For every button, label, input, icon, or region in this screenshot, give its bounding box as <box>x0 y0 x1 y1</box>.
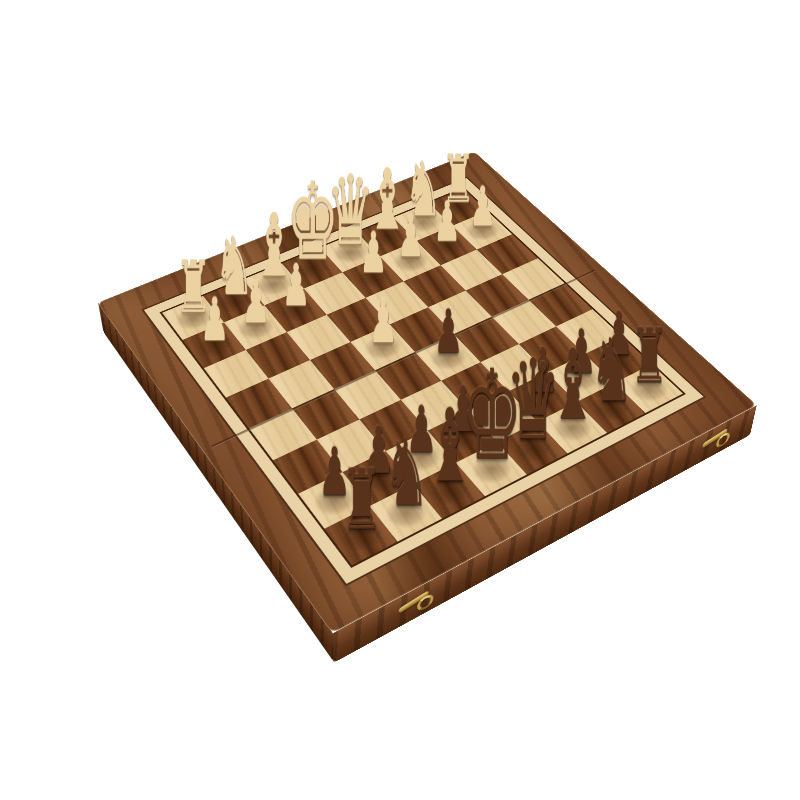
white-pawn-icon: ♟ <box>368 291 397 351</box>
black-rook-icon: ♜ <box>340 457 381 541</box>
piece-black-rook-h8[interactable]: ♜ <box>317 451 404 535</box>
white-pawn-icon: ♟ <box>199 289 228 349</box>
scene: ♜♞♝♛♚♝♞♜♟♟♟♟♟♟♟♟♜♞♝♛♚♝♞♜♟♟♟♟♟♟♟♟ <box>0 0 800 800</box>
pieces-layer: ♜♞♝♛♚♝♞♜♟♟♟♟♟♟♟♟♜♞♝♛♚♝♞♜♟♟♟♟♟♟♟♟ <box>97 151 757 633</box>
piece-white-pawn-d2[interactable]: ♟ <box>336 220 409 277</box>
chess-box: ♜♞♝♛♚♝♞♜♟♟♟♟♟♟♟♟♜♞♝♛♚♝♞♜♟♟♟♟♟♟♟♟ <box>97 151 757 633</box>
box-frame: ♜♞♝♛♚♝♞♜♟♟♟♟♟♟♟♟♜♞♝♛♚♝♞♜♟♟♟♟♟♟♟♟ <box>97 151 757 633</box>
white-pawn-icon: ♟ <box>359 224 387 281</box>
piece-white-pawn-h2[interactable]: ♟ <box>176 285 253 345</box>
